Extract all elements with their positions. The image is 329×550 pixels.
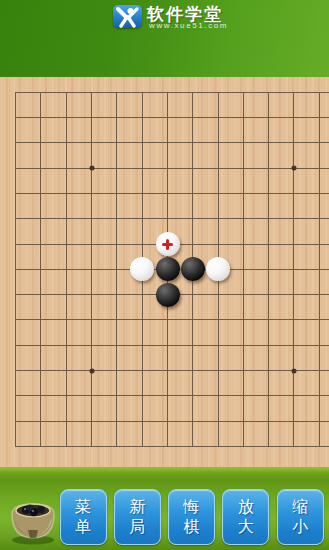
grid-cell [244,245,269,270]
grid-cell [244,169,269,194]
grid-cell [41,169,66,194]
grid-cell [193,143,218,168]
grid-cell [117,169,142,194]
grid-cell [117,219,142,244]
grid-cell [320,194,329,219]
grid-cell [193,194,218,219]
grid-cell [244,270,269,295]
grid-cell [143,93,168,118]
grid-cell [117,295,142,320]
grid-cell [168,194,193,219]
new-game-button[interactable]: 新局 [114,489,161,545]
grid-cell [92,422,117,447]
grid-cell [92,396,117,421]
grid-cell [41,270,66,295]
menu-button[interactable]: 菜单 [60,489,107,545]
stone-black [181,257,205,281]
grid-cell [294,194,319,219]
grid-cell [168,169,193,194]
grid-cell [67,169,92,194]
grid-cell [92,295,117,320]
grid-cell [67,346,92,371]
grid-cell [16,245,41,270]
grid-cell [219,295,244,320]
grid-cell [168,396,193,421]
grid-cell [143,320,168,345]
grid-cell [168,346,193,371]
grid-cell [67,143,92,168]
grid-cell [143,169,168,194]
grid-cell [269,169,294,194]
stone-black [156,257,180,281]
grid-cell [16,320,41,345]
grid-cell [16,396,41,421]
grid-cell [269,346,294,371]
grid-cell [320,295,329,320]
grid-cell [193,219,218,244]
grid-cell [269,295,294,320]
grid-cell [92,371,117,396]
zoom-out-button-label: 缩小 [292,497,308,537]
grid-cell [320,169,329,194]
undo-button-label: 悔棋 [184,497,200,537]
grid-cell [41,295,66,320]
star-point [89,166,94,171]
grid-cell [41,371,66,396]
grid-cell [168,143,193,168]
grid-cell [244,143,269,168]
grid-cell [269,194,294,219]
grid-cell [67,93,92,118]
grid-cell [16,194,41,219]
grid-cell [193,346,218,371]
grid-cell [143,396,168,421]
grid-cell [269,422,294,447]
grid-cell [320,93,329,118]
stone-bowl-icon [8,494,58,550]
grid-cell [320,422,329,447]
grid-cell [294,422,319,447]
grid-cell [67,320,92,345]
grid-cell [193,371,218,396]
grid-cell [67,245,92,270]
grid-cell [269,320,294,345]
grid-cell [320,396,329,421]
grid-cell [244,346,269,371]
grid-cell [117,371,142,396]
grid-cell [294,371,319,396]
grid-cell [219,219,244,244]
header-banner: 软件学堂 www.xue51.com [0,0,329,77]
grid-cell [269,396,294,421]
grid-cell [92,194,117,219]
grid-cell [294,118,319,143]
grid-cell [244,422,269,447]
grid-cell [168,422,193,447]
grid-cell [143,371,168,396]
grid-cell [294,219,319,244]
grid-cell [294,169,319,194]
grid-cell [294,396,319,421]
stone-white [130,257,154,281]
grid-cell [294,320,319,345]
grid-cell [244,93,269,118]
grid-cell [16,295,41,320]
grid-cell [294,295,319,320]
grid-cell [67,194,92,219]
grid-cell [41,219,66,244]
grid-cell [219,194,244,219]
grid-cell [168,118,193,143]
grid-cell [219,396,244,421]
grid-cell [320,245,329,270]
menu-button-label: 菜单 [75,497,91,537]
zoom-in-button-label: 放大 [238,497,254,537]
undo-button[interactable]: 悔棋 [168,489,215,545]
grid-cell [16,93,41,118]
grid-cell [16,270,41,295]
site-logo-icon [113,5,142,28]
grid-cell [219,118,244,143]
grid-cell [294,346,319,371]
star-point [292,368,297,373]
grid-cell [269,93,294,118]
stone-white [206,257,230,281]
grid-cell [320,219,329,244]
grid-cell [193,118,218,143]
grid-cell [219,320,244,345]
grid-cell [193,422,218,447]
grid-cell [244,371,269,396]
grid-cell [143,143,168,168]
grid-cell [193,396,218,421]
grid-cell [168,93,193,118]
grid-cell [219,93,244,118]
grid-cell [117,396,142,421]
grid-cell [219,346,244,371]
grid-cell [244,194,269,219]
grid-cell [67,219,92,244]
grid-cell [16,169,41,194]
grid-cell [269,245,294,270]
grid-cell [269,270,294,295]
grid-cell [92,270,117,295]
grid-cell [41,422,66,447]
grid-cell [294,245,319,270]
grid-cell [244,118,269,143]
grid-cell [168,320,193,345]
grid-cell [92,143,117,168]
grid-cell [92,93,117,118]
grid-cell [41,194,66,219]
zoom-out-button[interactable]: 缩小 [277,489,324,545]
grid-cell [92,169,117,194]
grid-cell [294,270,319,295]
grid-cell [143,194,168,219]
grid-cell [41,396,66,421]
grid-cell [143,346,168,371]
grid-cell [117,194,142,219]
grid-cell [117,346,142,371]
star-point [292,166,297,171]
grid-cell [219,169,244,194]
grid-cell [117,118,142,143]
grid-cell [269,118,294,143]
grid-cell [41,93,66,118]
grid-cell [219,422,244,447]
grid-cell [269,143,294,168]
new-game-button-label: 新局 [129,497,145,537]
stone-white [156,232,180,256]
grid-cell [16,422,41,447]
grid-cell [320,346,329,371]
zoom-in-button[interactable]: 放大 [222,489,269,545]
grid-cell [92,245,117,270]
grid-cell [41,118,66,143]
grid-cell [117,320,142,345]
grid-cell [117,93,142,118]
grid-cell [244,219,269,244]
grid-cell [67,422,92,447]
grid-cell [320,118,329,143]
star-point [89,368,94,373]
grid-cell [67,295,92,320]
grid-cell [320,270,329,295]
grid-cell [168,371,193,396]
grid-cell [193,295,218,320]
grid-cell [294,93,319,118]
app-screen: 软件学堂 www.xue51.com 菜单 新局 悔棋 放大 缩小 [0,0,329,550]
grid-cell [92,118,117,143]
grid-cell [41,245,66,270]
grid-cell [117,143,142,168]
grid-cell [41,320,66,345]
grid-cell [67,371,92,396]
grid-cell [41,143,66,168]
grid-cell [219,143,244,168]
grid-cell [320,143,329,168]
grid-cell [41,346,66,371]
grid-cell [16,118,41,143]
grid-cell [244,295,269,320]
grid-cell [143,422,168,447]
grid-cell [219,371,244,396]
stone-black [156,283,180,307]
grid-cell [193,93,218,118]
grid-cell [244,396,269,421]
grid-cell [193,320,218,345]
site-url: www.xue51.com [149,21,228,30]
grid-cell [320,320,329,345]
grid-cell [244,320,269,345]
grid-cell [320,371,329,396]
grid-cell [143,118,168,143]
grid-cell [193,169,218,194]
grid-cell [16,143,41,168]
grid-cell [117,422,142,447]
grid-cell [92,346,117,371]
grid-cell [67,270,92,295]
grid-cell [294,143,319,168]
grid-cell [269,371,294,396]
grid-cell [92,219,117,244]
grid-cell [269,219,294,244]
grid-cell [16,371,41,396]
grid-cell [16,346,41,371]
grid-cell [92,320,117,345]
grid-cell [67,118,92,143]
grid-cell [67,396,92,421]
grid-cell [16,219,41,244]
